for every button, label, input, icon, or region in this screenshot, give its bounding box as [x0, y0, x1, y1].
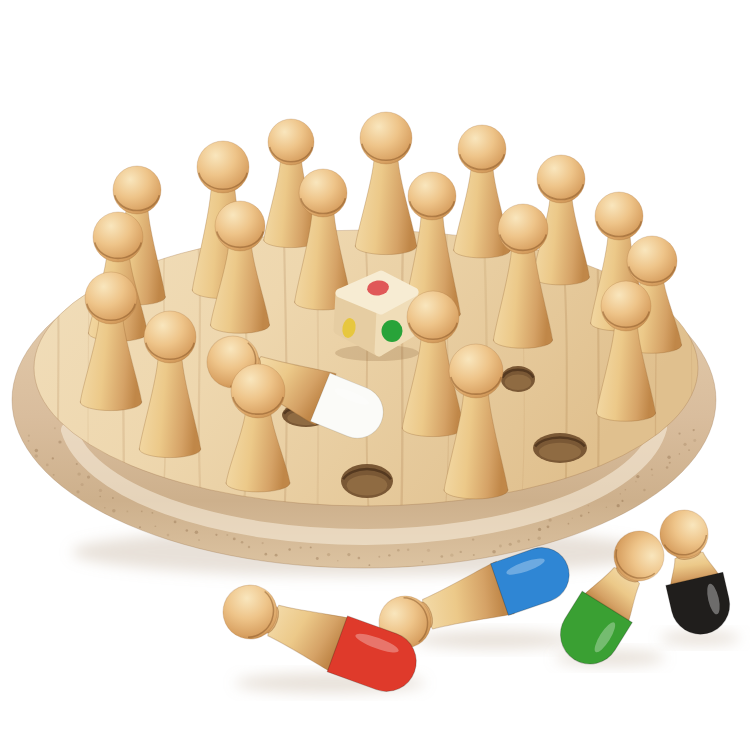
- peg-head: [231, 364, 285, 418]
- peg-head: [144, 311, 196, 363]
- peg-head: [627, 236, 677, 286]
- peg-head: [601, 281, 651, 331]
- peg-head: [93, 212, 143, 262]
- peg-head: [595, 192, 643, 240]
- peg-head: [537, 155, 585, 203]
- peg-hole[interactable]: [341, 464, 393, 498]
- product-photo-stage: [0, 0, 750, 750]
- memory-chess-scene: [0, 0, 750, 750]
- standing-peg-7[interactable]: [355, 112, 418, 255]
- peg-head: [458, 125, 506, 173]
- peg-head: [360, 112, 412, 164]
- peg-head: [113, 166, 161, 214]
- peg-hole[interactable]: [501, 366, 535, 392]
- table-shadow: [415, 631, 575, 649]
- peg-cone: [454, 161, 511, 257]
- peg-hole[interactable]: [533, 433, 587, 463]
- color-die[interactable]: [335, 275, 419, 361]
- peg-head: [85, 272, 137, 324]
- peg-head: [449, 344, 503, 398]
- revealed-peg-black[interactable]: [650, 504, 735, 640]
- die-dot_green-dot: [382, 320, 403, 342]
- peg-head: [268, 119, 314, 165]
- peg-head: [498, 204, 548, 254]
- peg-head: [408, 172, 456, 220]
- peg-head: [215, 201, 265, 251]
- peg-head: [299, 169, 347, 217]
- peg-cone: [355, 152, 416, 255]
- peg-head: [197, 141, 249, 193]
- peg-head: [407, 291, 459, 343]
